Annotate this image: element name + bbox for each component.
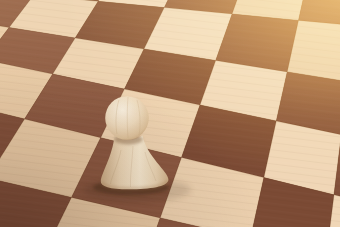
vignette-overlay	[0, 0, 340, 227]
chessboard[interactable]	[0, 0, 340, 227]
chessboard-photo-scene: ♙	[0, 0, 340, 227]
